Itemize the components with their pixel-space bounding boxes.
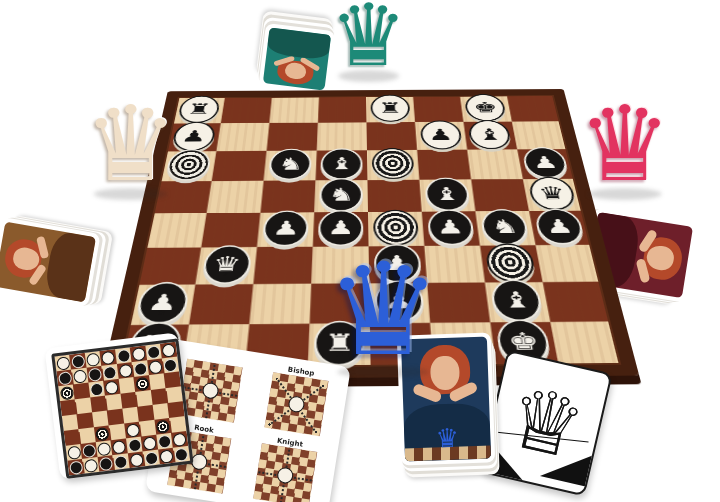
mini-disc bbox=[95, 426, 109, 440]
disc-value: 5 bbox=[372, 112, 408, 117]
disc-value: 2 bbox=[321, 200, 361, 206]
mini-disc bbox=[56, 356, 70, 370]
mini-disc bbox=[114, 454, 128, 468]
mini-disc bbox=[116, 348, 130, 362]
mini-disc bbox=[142, 436, 156, 450]
mini-disc bbox=[156, 419, 170, 433]
mini-disc bbox=[127, 438, 141, 452]
mini-disc bbox=[73, 369, 87, 383]
card-deck-top[interactable] bbox=[258, 23, 335, 95]
mini-disc bbox=[97, 441, 111, 455]
portrait-card bbox=[263, 27, 331, 90]
mini-disc bbox=[144, 451, 158, 465]
mini-disc bbox=[88, 367, 102, 381]
disc-value: 3 bbox=[423, 139, 460, 144]
cream-queen-piece[interactable]: ♛ bbox=[84, 92, 177, 196]
diagram-board bbox=[178, 359, 242, 423]
mini-disc bbox=[148, 360, 162, 374]
mini-disc bbox=[105, 380, 119, 394]
mini-disc bbox=[159, 449, 173, 463]
mini-disc bbox=[131, 346, 145, 360]
mini-disc bbox=[174, 447, 188, 461]
queen-glyph: ♛ bbox=[578, 92, 671, 196]
pink-queen-piece[interactable]: ♛ bbox=[578, 92, 671, 196]
queen-glyph: ♛ bbox=[84, 92, 177, 196]
disc-value: 2 bbox=[485, 232, 527, 239]
mini-disc bbox=[58, 371, 72, 385]
mini-disc bbox=[125, 423, 139, 437]
disc-value: 5 bbox=[428, 199, 468, 205]
mini-disc bbox=[90, 382, 104, 396]
mini-disc bbox=[86, 352, 100, 366]
mini-disc bbox=[118, 363, 132, 377]
diagram-board bbox=[253, 443, 317, 502]
mini-disc bbox=[101, 350, 115, 364]
mini-disc bbox=[103, 365, 117, 379]
mini-disc bbox=[158, 434, 172, 448]
disc-value: 5 bbox=[496, 307, 541, 315]
disc-value: 5 bbox=[322, 169, 360, 175]
queen-glyph: ♛ bbox=[330, 0, 407, 78]
mini-disc bbox=[173, 432, 187, 446]
disc-value: 5 bbox=[179, 113, 216, 118]
mini-chessboard bbox=[51, 338, 193, 479]
portrait-dress bbox=[43, 230, 96, 302]
disc-value: 3 bbox=[138, 309, 184, 317]
card-deck-left[interactable] bbox=[0, 217, 101, 307]
mini-disc bbox=[84, 458, 98, 472]
move-diagram-knight: Knight bbox=[240, 432, 330, 502]
mini-disc bbox=[133, 361, 147, 375]
mini-disc bbox=[147, 345, 161, 359]
mini-disc bbox=[135, 376, 149, 390]
blue-queen-piece[interactable]: ♛ bbox=[326, 246, 441, 374]
mini-disc bbox=[69, 460, 83, 474]
mini-disc bbox=[67, 445, 81, 459]
diagram-piece-disc bbox=[201, 381, 219, 399]
disc-value: 7 bbox=[204, 270, 248, 277]
mini-disc bbox=[129, 453, 143, 467]
portrait-card bbox=[0, 222, 96, 303]
mini-disc bbox=[71, 354, 85, 368]
portrait-dress bbox=[267, 27, 332, 60]
disc-value: 7 bbox=[533, 198, 574, 204]
diagram-label bbox=[214, 354, 215, 363]
disc-value: 3 bbox=[527, 167, 566, 173]
mini-disc bbox=[82, 443, 96, 457]
disc-value: 3 bbox=[265, 234, 307, 241]
teal-queen-piece[interactable]: ♛ bbox=[330, 0, 407, 78]
blue-queen-on-card: ♛ bbox=[435, 422, 459, 453]
disc-value: 5 bbox=[472, 139, 510, 144]
disc-value: 3 bbox=[540, 232, 582, 239]
diagram-piece-disc bbox=[276, 466, 294, 484]
product-photo-queens-gambit-game: { "game": "The Queen's Gambit chess boar… bbox=[0, 0, 720, 502]
mini-disc bbox=[99, 456, 113, 470]
queen-glyph: ♛ bbox=[326, 246, 441, 374]
setup-reference-card[interactable] bbox=[44, 332, 193, 479]
diagram-board bbox=[264, 372, 328, 436]
mini-disc bbox=[112, 440, 126, 454]
mini-disc bbox=[59, 386, 73, 400]
disc-value: 2 bbox=[271, 169, 310, 175]
mini-disc bbox=[164, 358, 178, 372]
disc-value: 10 bbox=[468, 112, 505, 117]
mini-disc bbox=[162, 343, 176, 357]
disc-value: 3 bbox=[174, 141, 212, 146]
